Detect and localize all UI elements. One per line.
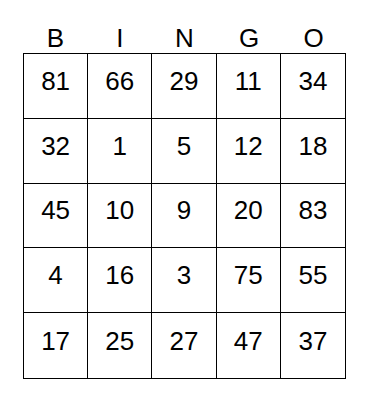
bingo-cell-r5c2[interactable]: 25 [88, 313, 152, 378]
bingo-cell-r1c5[interactable]: 34 [281, 54, 345, 119]
bingo-cell-r4c5[interactable]: 55 [281, 248, 345, 313]
bingo-cell-r1c3[interactable]: 29 [152, 54, 216, 119]
bingo-cell-r4c1[interactable]: 4 [24, 248, 88, 313]
column-letter-I: I [88, 0, 153, 52]
bingo-cell-r5c5[interactable]: 37 [281, 313, 345, 378]
bingo-cell-r5c1[interactable]: 17 [24, 313, 88, 378]
bingo-cell-r3c5[interactable]: 83 [281, 184, 345, 249]
bingo-cell-r2c2[interactable]: 1 [88, 119, 152, 184]
bingo-cell-r1c1[interactable]: 81 [24, 54, 88, 119]
bingo-cell-r2c4[interactable]: 12 [217, 119, 281, 184]
bingo-cell-r2c1[interactable]: 32 [24, 119, 88, 184]
column-letter-B: B [23, 0, 88, 52]
bingo-board: 8166291134321512184510920834163755517252… [23, 53, 346, 379]
bingo-cell-r3c1[interactable]: 45 [24, 184, 88, 249]
bingo-cell-r3c2[interactable]: 10 [88, 184, 152, 249]
bingo-cell-r4c3[interactable]: 3 [152, 248, 216, 313]
bingo-card: BINGO 8166291134321512184510920834163755… [0, 0, 368, 400]
bingo-cell-r1c4[interactable]: 11 [217, 54, 281, 119]
bingo-cell-r4c2[interactable]: 16 [88, 248, 152, 313]
bingo-cell-r3c3[interactable]: 9 [152, 184, 216, 249]
bingo-cell-r2c3[interactable]: 5 [152, 119, 216, 184]
bingo-cell-r5c3[interactable]: 27 [152, 313, 216, 378]
column-letter-N: N [152, 0, 217, 52]
column-letter-O: O [281, 0, 346, 52]
bingo-cell-r5c4[interactable]: 47 [217, 313, 281, 378]
bingo-cell-r2c5[interactable]: 18 [281, 119, 345, 184]
bingo-header-row: BINGO [23, 0, 346, 52]
bingo-cell-r4c4[interactable]: 75 [217, 248, 281, 313]
column-letter-G: G [217, 0, 282, 52]
bingo-cell-r1c2[interactable]: 66 [88, 54, 152, 119]
bingo-cell-r3c4[interactable]: 20 [217, 184, 281, 249]
